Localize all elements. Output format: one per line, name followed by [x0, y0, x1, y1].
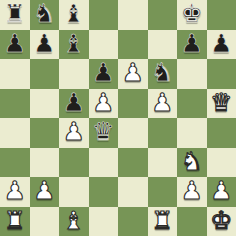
square-c5[interactable]: ♟	[59, 89, 89, 119]
square-h8[interactable]	[207, 0, 237, 30]
square-a3[interactable]	[0, 148, 30, 178]
square-c4[interactable]: ♟	[59, 118, 89, 148]
square-e5[interactable]	[118, 89, 148, 119]
square-b8[interactable]: ♞	[30, 0, 60, 30]
piece-black-king-g8[interactable]: ♚	[181, 1, 203, 26]
square-c6[interactable]	[59, 59, 89, 89]
piece-white-rook-f1[interactable]: ♜	[151, 208, 173, 233]
square-h2[interactable]: ♟	[207, 177, 237, 207]
piece-white-pawn-e6[interactable]: ♟	[122, 60, 144, 85]
square-a4[interactable]	[0, 118, 30, 148]
square-g2[interactable]: ♟	[177, 177, 207, 207]
square-e1[interactable]	[118, 207, 148, 237]
square-h3[interactable]	[207, 148, 237, 178]
square-c8[interactable]: ♝	[59, 0, 89, 30]
square-f3[interactable]	[148, 148, 178, 178]
square-d1[interactable]	[89, 207, 119, 237]
square-h1[interactable]: ♚	[207, 207, 237, 237]
square-h4[interactable]	[207, 118, 237, 148]
square-b3[interactable]	[30, 148, 60, 178]
square-g5[interactable]	[177, 89, 207, 119]
square-b2[interactable]: ♟	[30, 177, 60, 207]
piece-white-pawn-b2[interactable]: ♟	[33, 178, 55, 203]
piece-white-queen-h5[interactable]: ♛	[210, 90, 232, 115]
square-e7[interactable]	[118, 30, 148, 60]
square-f4[interactable]	[148, 118, 178, 148]
square-e2[interactable]	[118, 177, 148, 207]
square-a7[interactable]: ♟	[0, 30, 30, 60]
square-e4[interactable]	[118, 118, 148, 148]
square-e6[interactable]: ♟	[118, 59, 148, 89]
square-d7[interactable]	[89, 30, 119, 60]
square-g3[interactable]: ♞	[177, 148, 207, 178]
piece-white-pawn-g2[interactable]: ♟	[181, 178, 203, 203]
piece-white-rook-a1[interactable]: ♜	[4, 208, 26, 233]
square-c1[interactable]: ♝	[59, 207, 89, 237]
square-a6[interactable]	[0, 59, 30, 89]
square-g8[interactable]: ♚	[177, 0, 207, 30]
piece-black-rook-a8[interactable]: ♜	[4, 1, 26, 26]
square-d3[interactable]	[89, 148, 119, 178]
square-b5[interactable]	[30, 89, 60, 119]
square-d6[interactable]: ♟	[89, 59, 119, 89]
square-c7[interactable]: ♝	[59, 30, 89, 60]
piece-black-pawn-c5[interactable]: ♟	[63, 90, 85, 115]
piece-white-pawn-h2[interactable]: ♟	[210, 178, 232, 203]
piece-black-queen-d4[interactable]: ♛	[92, 119, 114, 144]
square-d5[interactable]: ♟	[89, 89, 119, 119]
piece-white-bishop-c1[interactable]: ♝	[63, 208, 85, 233]
square-a1[interactable]: ♜	[0, 207, 30, 237]
chess-board: ♜♞♝♚♟♟♝♟♟♟♟♞♟♟♟♛♟♛♞♟♟♟♟♜♝♜♚	[0, 0, 236, 236]
piece-black-pawn-b7[interactable]: ♟	[33, 31, 55, 56]
piece-white-pawn-a2[interactable]: ♟	[4, 178, 26, 203]
piece-white-knight-g3[interactable]: ♞	[181, 149, 203, 174]
piece-black-pawn-g7[interactable]: ♟	[181, 31, 203, 56]
square-g6[interactable]	[177, 59, 207, 89]
square-e3[interactable]	[118, 148, 148, 178]
square-b1[interactable]	[30, 207, 60, 237]
piece-black-pawn-a7[interactable]: ♟	[4, 31, 26, 56]
square-a5[interactable]	[0, 89, 30, 119]
piece-white-pawn-d5[interactable]: ♟	[92, 90, 114, 115]
square-b7[interactable]: ♟	[30, 30, 60, 60]
square-h6[interactable]	[207, 59, 237, 89]
square-d8[interactable]	[89, 0, 119, 30]
square-h5[interactable]: ♛	[207, 89, 237, 119]
square-f1[interactable]: ♜	[148, 207, 178, 237]
piece-black-knight-b8[interactable]: ♞	[33, 1, 55, 26]
square-f5[interactable]: ♟	[148, 89, 178, 119]
piece-black-knight-f6[interactable]: ♞	[151, 60, 173, 85]
piece-black-pawn-h7[interactable]: ♟	[210, 31, 232, 56]
piece-black-pawn-d6[interactable]: ♟	[92, 60, 114, 85]
square-d4[interactable]: ♛	[89, 118, 119, 148]
piece-black-bishop-c8[interactable]: ♝	[63, 1, 85, 26]
square-f2[interactable]	[148, 177, 178, 207]
square-f7[interactable]	[148, 30, 178, 60]
piece-black-bishop-c7[interactable]: ♝	[63, 31, 85, 56]
piece-white-pawn-f5[interactable]: ♟	[151, 90, 173, 115]
square-f8[interactable]	[148, 0, 178, 30]
square-g4[interactable]	[177, 118, 207, 148]
piece-white-pawn-c4[interactable]: ♟	[63, 119, 85, 144]
square-f6[interactable]: ♞	[148, 59, 178, 89]
square-c2[interactable]	[59, 177, 89, 207]
square-c3[interactable]	[59, 148, 89, 178]
square-h7[interactable]: ♟	[207, 30, 237, 60]
piece-white-king-h1[interactable]: ♚	[210, 208, 232, 233]
square-g7[interactable]: ♟	[177, 30, 207, 60]
square-b4[interactable]	[30, 118, 60, 148]
square-g1[interactable]	[177, 207, 207, 237]
square-d2[interactable]	[89, 177, 119, 207]
square-a2[interactable]: ♟	[0, 177, 30, 207]
square-a8[interactable]: ♜	[0, 0, 30, 30]
square-b6[interactable]	[30, 59, 60, 89]
square-e8[interactable]	[118, 0, 148, 30]
